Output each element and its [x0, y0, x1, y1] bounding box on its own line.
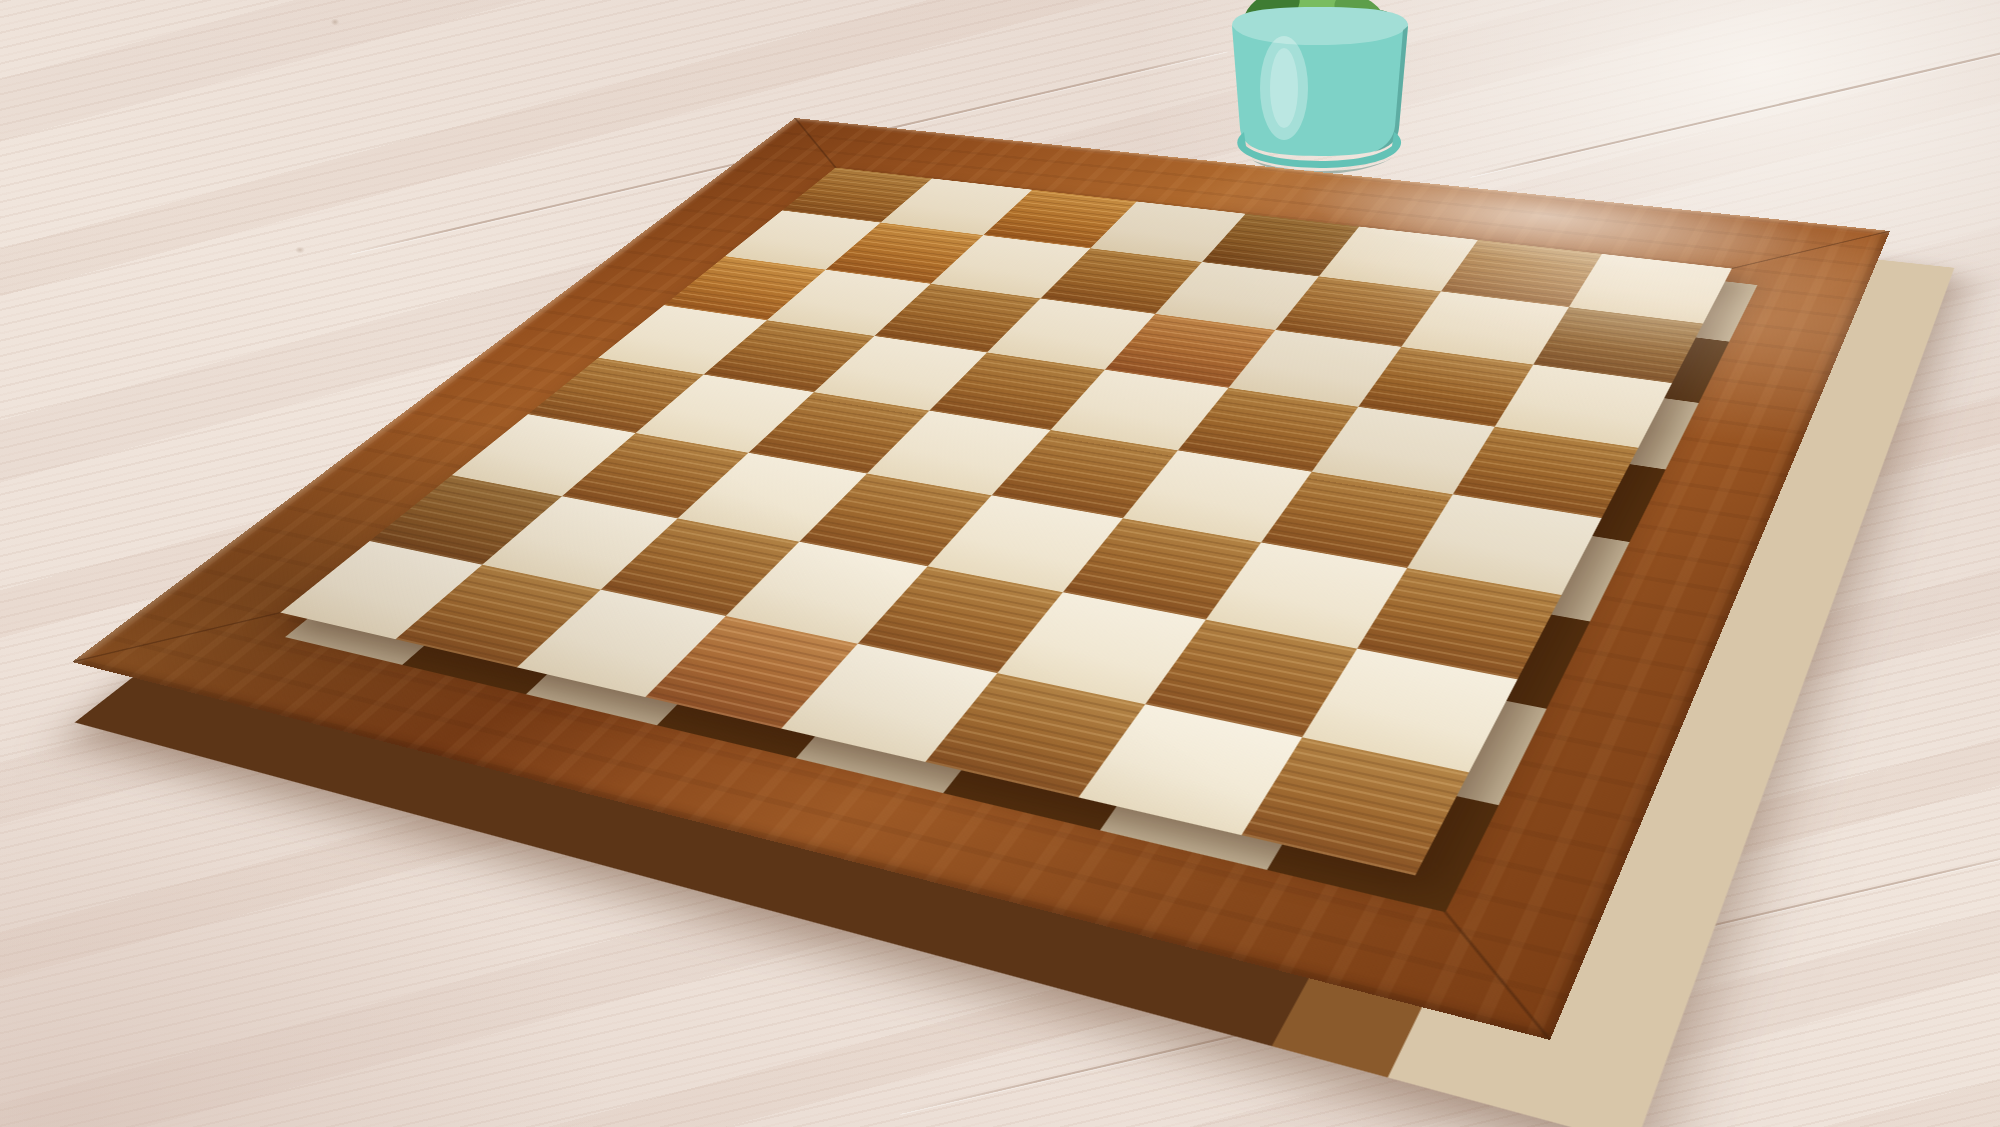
- pot-rim-highlight: [1232, 7, 1408, 45]
- potted-plant: [1222, 0, 1422, 178]
- scene: [0, 0, 2000, 1127]
- pot-highlight: [1270, 48, 1298, 128]
